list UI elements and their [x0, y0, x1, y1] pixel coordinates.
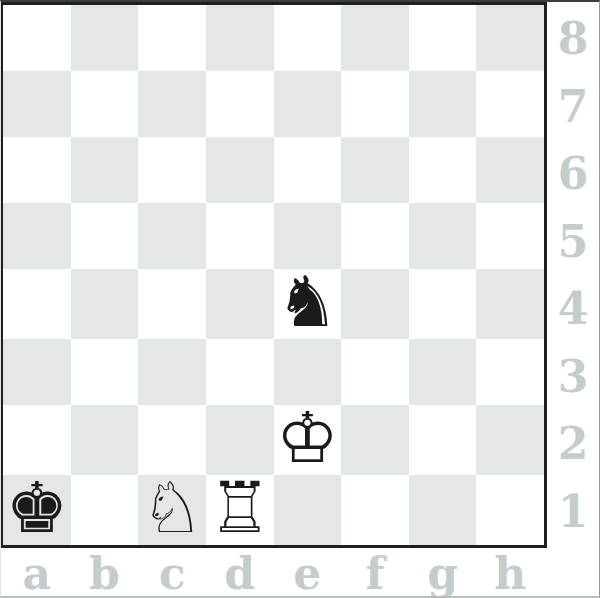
square-c7[interactable] [138, 71, 206, 137]
chess-board: ♞♔♚♘♖ [1, 2, 547, 548]
square-g7[interactable] [409, 71, 477, 137]
square-h5[interactable] [476, 203, 544, 269]
square-b8[interactable] [71, 5, 139, 71]
square-a1[interactable]: ♚ [3, 475, 71, 545]
rank-label-2: 2 [547, 410, 599, 478]
square-e5[interactable] [274, 203, 342, 269]
rank-label-5: 5 [547, 208, 599, 276]
black-king-piece: ♚ [5, 473, 68, 543]
square-h4[interactable] [476, 269, 544, 339]
square-d3[interactable] [206, 339, 274, 405]
square-e6[interactable] [274, 137, 342, 203]
square-b3[interactable] [71, 339, 139, 405]
square-d5[interactable] [206, 203, 274, 269]
square-c4[interactable] [138, 269, 206, 339]
rank-label-6: 6 [547, 140, 599, 208]
square-h2[interactable] [476, 405, 544, 475]
rank-label-7: 7 [547, 73, 599, 141]
file-label-e: e [274, 548, 342, 598]
square-d8[interactable] [206, 5, 274, 71]
square-f2[interactable] [341, 405, 409, 475]
square-h1[interactable] [476, 475, 544, 545]
square-e3[interactable] [274, 339, 342, 405]
black-knight-piece: ♞ [276, 267, 339, 337]
square-h8[interactable] [476, 5, 544, 71]
square-a8[interactable] [3, 5, 71, 71]
square-f5[interactable] [341, 203, 409, 269]
square-b4[interactable] [71, 269, 139, 339]
chess-diagram: ♞♔♚♘♖ abcdefgh 87654321 [0, 0, 600, 598]
square-b7[interactable] [71, 71, 139, 137]
square-d4[interactable] [206, 269, 274, 339]
square-a5[interactable] [3, 203, 71, 269]
file-label-g: g [409, 548, 477, 598]
square-d1[interactable]: ♖ [206, 475, 274, 545]
square-g1[interactable] [409, 475, 477, 545]
square-h7[interactable] [476, 71, 544, 137]
square-e2[interactable]: ♔ [274, 405, 342, 475]
square-h3[interactable] [476, 339, 544, 405]
square-b5[interactable] [71, 203, 139, 269]
rank-label-1: 1 [547, 478, 599, 546]
square-g6[interactable] [409, 137, 477, 203]
file-label-h: h [476, 548, 544, 598]
square-f7[interactable] [341, 71, 409, 137]
square-f4[interactable] [341, 269, 409, 339]
square-b1[interactable] [71, 475, 139, 545]
file-label-f: f [341, 548, 409, 598]
white-king-piece: ♔ [276, 403, 339, 473]
rank-label-4: 4 [547, 275, 599, 343]
white-rook-piece: ♖ [208, 473, 271, 543]
file-label-c: c [138, 548, 206, 598]
square-f1[interactable] [341, 475, 409, 545]
square-g8[interactable] [409, 5, 477, 71]
square-d2[interactable] [206, 405, 274, 475]
square-c5[interactable] [138, 203, 206, 269]
square-e8[interactable] [274, 5, 342, 71]
square-c6[interactable] [138, 137, 206, 203]
square-g4[interactable] [409, 269, 477, 339]
file-label-a: a [3, 548, 71, 598]
square-h6[interactable] [476, 137, 544, 203]
square-g5[interactable] [409, 203, 477, 269]
square-a7[interactable] [3, 71, 71, 137]
white-knight-piece: ♘ [141, 473, 204, 543]
square-g2[interactable] [409, 405, 477, 475]
square-c3[interactable] [138, 339, 206, 405]
square-a6[interactable] [3, 137, 71, 203]
rank-label-8: 8 [547, 5, 599, 73]
square-d6[interactable] [206, 137, 274, 203]
square-f3[interactable] [341, 339, 409, 405]
square-a3[interactable] [3, 339, 71, 405]
square-c2[interactable] [138, 405, 206, 475]
square-e7[interactable] [274, 71, 342, 137]
file-labels: abcdefgh [3, 548, 544, 598]
rank-label-3: 3 [547, 343, 599, 411]
square-b2[interactable] [71, 405, 139, 475]
file-label-d: d [206, 548, 274, 598]
rank-labels: 87654321 [547, 5, 599, 545]
square-g3[interactable] [409, 339, 477, 405]
square-a4[interactable] [3, 269, 71, 339]
square-f6[interactable] [341, 137, 409, 203]
square-a2[interactable] [3, 405, 71, 475]
square-c8[interactable] [138, 5, 206, 71]
square-d7[interactable] [206, 71, 274, 137]
square-e1[interactable] [274, 475, 342, 545]
square-e4[interactable]: ♞ [274, 269, 342, 339]
square-f8[interactable] [341, 5, 409, 71]
square-b6[interactable] [71, 137, 139, 203]
file-label-b: b [71, 548, 139, 598]
square-c1[interactable]: ♘ [138, 475, 206, 545]
